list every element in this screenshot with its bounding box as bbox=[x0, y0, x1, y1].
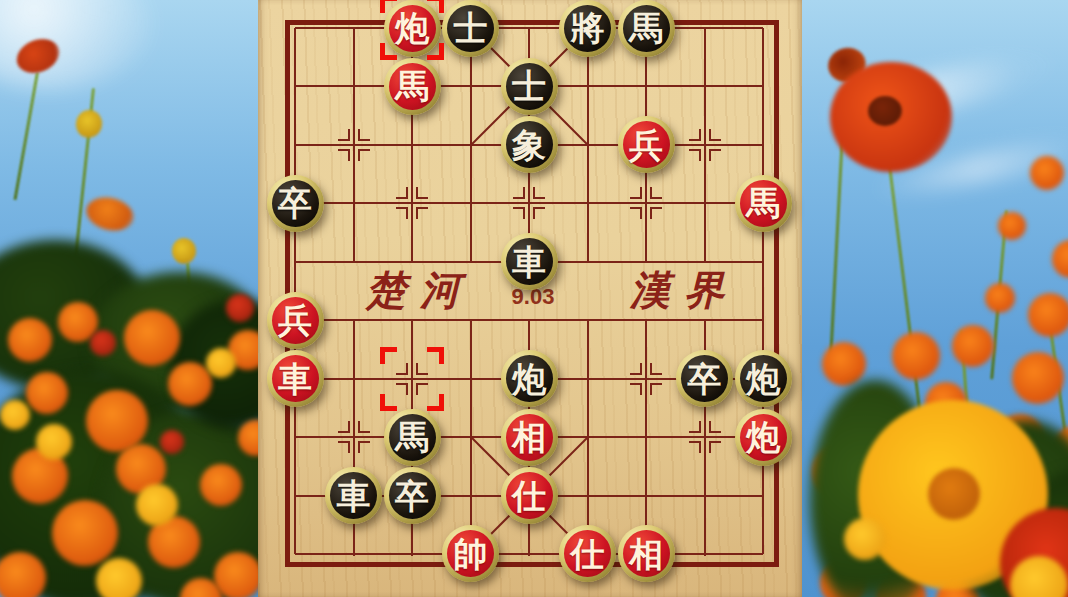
point-marker bbox=[630, 207, 642, 219]
point-marker bbox=[689, 149, 701, 161]
river-label-chu-he: 楚河 bbox=[328, 268, 498, 314]
point-marker bbox=[358, 421, 370, 433]
piece-glyph: 將 bbox=[564, 5, 611, 52]
piece-glyph: 帥 bbox=[447, 530, 494, 577]
flower bbox=[844, 518, 886, 560]
flower bbox=[26, 372, 68, 414]
point-marker bbox=[358, 441, 370, 453]
point-marker bbox=[338, 421, 350, 433]
flower bbox=[86, 390, 148, 452]
piece-black-將[interactable]: 將 bbox=[559, 0, 616, 57]
river-label-han-jie: 漢界 bbox=[592, 268, 762, 314]
piece-glyph: 兵 bbox=[272, 297, 319, 344]
piece-black-車[interactable]: 車 bbox=[501, 233, 558, 290]
point-marker bbox=[396, 187, 408, 199]
bracket-corner bbox=[427, 347, 444, 364]
bracket-corner bbox=[380, 347, 397, 364]
piece-glyph: 炮 bbox=[506, 355, 553, 402]
bracket-corner bbox=[427, 43, 444, 60]
point-marker bbox=[513, 187, 525, 199]
point-marker bbox=[396, 207, 408, 219]
piece-glyph: 仕 bbox=[506, 472, 553, 519]
flower bbox=[1030, 156, 1064, 190]
flower bbox=[1052, 240, 1068, 278]
board-line bbox=[353, 28, 355, 262]
piece-red-仕[interactable]: 仕 bbox=[501, 467, 558, 524]
piece-black-士[interactable]: 士 bbox=[442, 0, 499, 57]
flower-center bbox=[868, 96, 902, 126]
piece-black-馬[interactable]: 馬 bbox=[384, 409, 441, 466]
flower bbox=[822, 342, 866, 386]
piece-glyph: 卒 bbox=[272, 180, 319, 227]
piece-black-象[interactable]: 象 bbox=[501, 116, 558, 173]
piece-glyph: 炮 bbox=[740, 355, 787, 402]
flower bbox=[0, 400, 30, 430]
piece-red-馬[interactable]: 馬 bbox=[384, 58, 441, 115]
piece-glyph: 卒 bbox=[681, 355, 728, 402]
flower bbox=[90, 330, 116, 356]
piece-red-炮[interactable]: 炮 bbox=[735, 409, 792, 466]
bracket-corner bbox=[380, 394, 397, 411]
point-marker bbox=[416, 187, 428, 199]
flower bbox=[206, 348, 236, 378]
background-flowers-right bbox=[802, 0, 1068, 597]
flower bbox=[136, 484, 178, 526]
point-marker bbox=[709, 129, 721, 141]
point-marker bbox=[513, 207, 525, 219]
flower bbox=[985, 283, 1015, 313]
piece-black-炮[interactable]: 炮 bbox=[501, 350, 558, 407]
piece-glyph: 馬 bbox=[389, 414, 436, 461]
point-marker bbox=[689, 129, 701, 141]
piece-glyph: 車 bbox=[330, 472, 377, 519]
flower-center bbox=[928, 468, 980, 520]
piece-glyph: 車 bbox=[272, 355, 319, 402]
piece-black-卒[interactable]: 卒 bbox=[384, 467, 441, 524]
last-move-from-marker bbox=[380, 347, 444, 411]
flower bbox=[998, 212, 1026, 240]
bracket-corner bbox=[380, 43, 397, 60]
piece-glyph: 兵 bbox=[623, 121, 670, 168]
flower-stem bbox=[13, 72, 39, 201]
piece-red-相[interactable]: 相 bbox=[501, 409, 558, 466]
flower bbox=[214, 552, 258, 597]
point-marker bbox=[709, 149, 721, 161]
flower bbox=[1012, 352, 1064, 404]
flower bbox=[160, 430, 184, 454]
point-marker bbox=[709, 441, 721, 453]
piece-glyph: 士 bbox=[447, 5, 494, 52]
point-marker bbox=[533, 207, 545, 219]
point-marker bbox=[630, 363, 642, 375]
piece-glyph: 士 bbox=[506, 63, 553, 110]
piece-black-車[interactable]: 車 bbox=[325, 467, 382, 524]
flower-bud bbox=[83, 193, 137, 236]
xiangqi-app: 楚河 漢界 9.03 炮士將馬馬士象兵卒馬車兵車炮卒炮馬相炮車卒仕帥仕相 bbox=[0, 0, 1068, 597]
piece-glyph: 卒 bbox=[389, 472, 436, 519]
flower bbox=[1028, 293, 1068, 337]
piece-glyph: 馬 bbox=[623, 5, 670, 52]
flower bbox=[8, 318, 52, 362]
board-line bbox=[645, 320, 647, 556]
piece-black-卒[interactable]: 卒 bbox=[267, 175, 324, 232]
last-move-to-marker bbox=[380, 0, 444, 60]
flower bbox=[36, 424, 72, 460]
piece-black-士[interactable]: 士 bbox=[501, 58, 558, 115]
background-flowers-left bbox=[0, 0, 258, 597]
flower bbox=[124, 310, 180, 366]
flower-bud bbox=[74, 108, 104, 139]
flower bbox=[952, 325, 994, 367]
piece-red-車[interactable]: 車 bbox=[267, 350, 324, 407]
point-marker bbox=[650, 187, 662, 199]
flower-bud bbox=[171, 237, 198, 265]
point-marker bbox=[689, 441, 701, 453]
cloud bbox=[0, 0, 150, 90]
bracket-corner bbox=[380, 0, 397, 13]
piece-red-相[interactable]: 相 bbox=[618, 525, 675, 582]
piece-glyph: 象 bbox=[506, 121, 553, 168]
point-marker bbox=[338, 441, 350, 453]
point-marker bbox=[650, 207, 662, 219]
bracket-corner bbox=[427, 394, 444, 411]
flower bbox=[226, 294, 254, 322]
flower bbox=[168, 362, 212, 406]
flower bbox=[892, 332, 940, 380]
piece-black-炮[interactable]: 炮 bbox=[735, 350, 792, 407]
piece-glyph: 車 bbox=[506, 238, 553, 285]
point-marker bbox=[630, 383, 642, 395]
point-marker bbox=[358, 129, 370, 141]
flower bbox=[52, 500, 118, 566]
piece-red-兵[interactable]: 兵 bbox=[618, 116, 675, 173]
point-marker bbox=[533, 187, 545, 199]
point-marker bbox=[630, 187, 642, 199]
flower bbox=[96, 558, 142, 597]
piece-glyph: 相 bbox=[506, 414, 553, 461]
piece-black-馬[interactable]: 馬 bbox=[618, 0, 675, 57]
piece-glyph: 馬 bbox=[389, 63, 436, 110]
point-marker bbox=[338, 129, 350, 141]
point-marker bbox=[650, 363, 662, 375]
piece-glyph: 炮 bbox=[740, 414, 787, 461]
point-marker bbox=[689, 421, 701, 433]
point-marker bbox=[338, 149, 350, 161]
piece-red-兵[interactable]: 兵 bbox=[267, 292, 324, 349]
piece-glyph: 相 bbox=[623, 530, 670, 577]
piece-red-馬[interactable]: 馬 bbox=[735, 175, 792, 232]
flower bbox=[200, 464, 242, 506]
board-line bbox=[762, 28, 764, 554]
piece-black-卒[interactable]: 卒 bbox=[676, 350, 733, 407]
point-marker bbox=[650, 383, 662, 395]
piece-glyph: 仕 bbox=[564, 530, 611, 577]
point-marker bbox=[709, 421, 721, 433]
point-marker bbox=[358, 149, 370, 161]
board-line bbox=[704, 28, 706, 262]
point-marker bbox=[416, 207, 428, 219]
bracket-corner bbox=[427, 0, 444, 13]
piece-glyph: 馬 bbox=[740, 180, 787, 227]
